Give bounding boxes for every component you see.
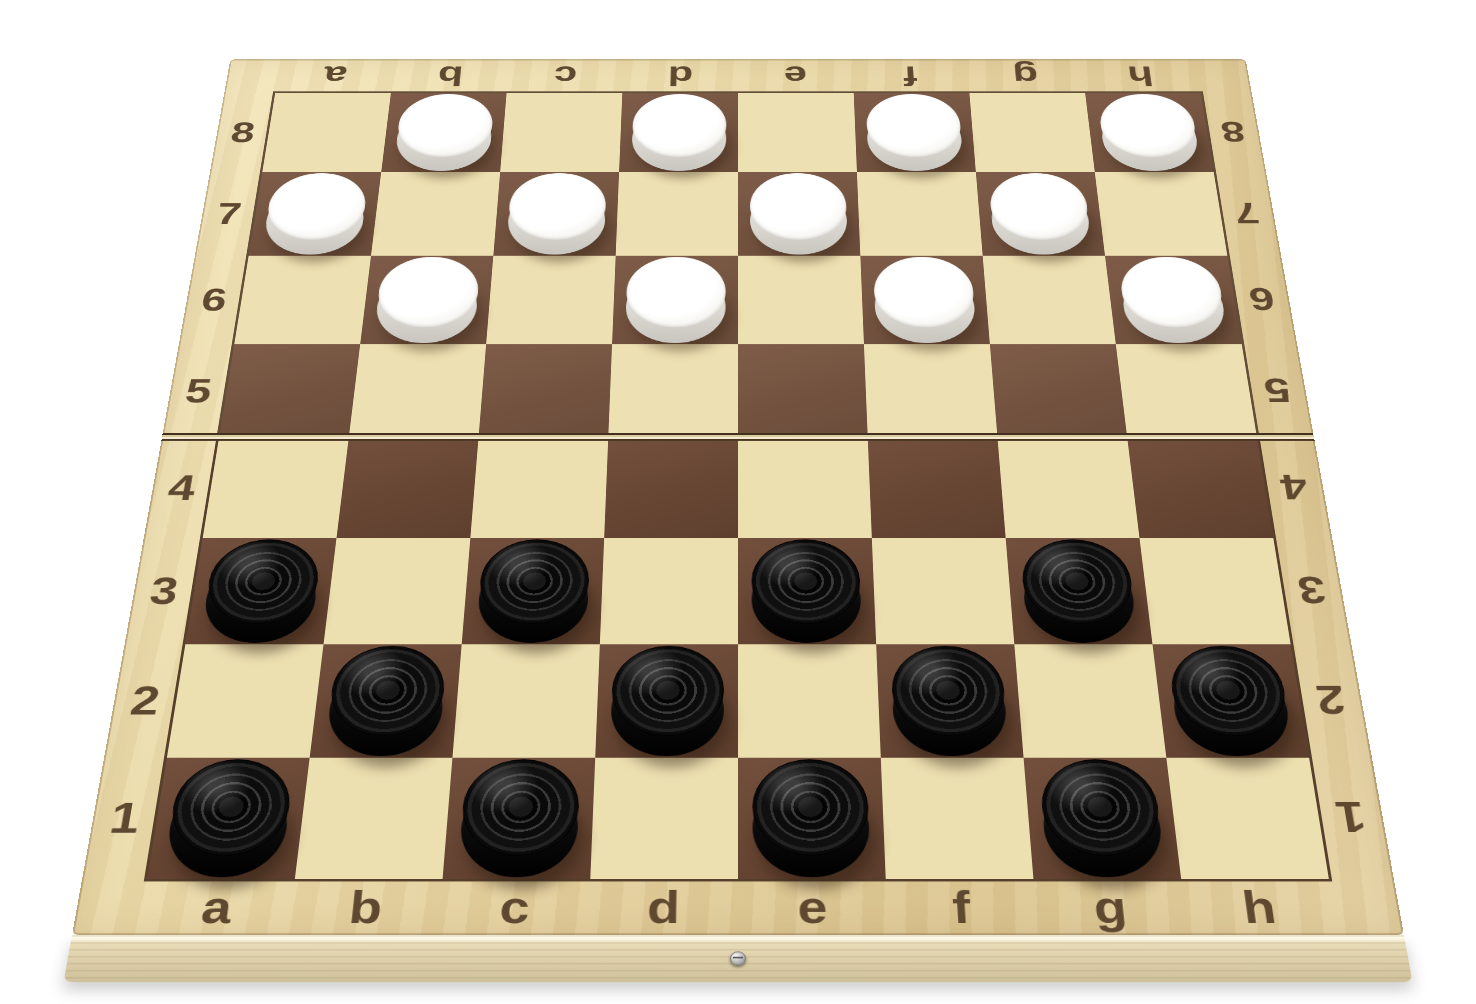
black-checker-d2[interactable]: ⛂ xyxy=(610,646,725,756)
piece-top xyxy=(625,257,725,327)
black-checker-b2[interactable]: ⛂ xyxy=(324,646,448,756)
white-checker-c7[interactable]: ⛀ xyxy=(506,173,607,254)
piece-top xyxy=(632,94,727,157)
white-checker-g7[interactable]: ⛀ xyxy=(988,173,1093,254)
black-checker-g3[interactable]: ⛂ xyxy=(1019,539,1138,642)
files-bottom-label-h: h xyxy=(1181,879,1338,935)
black-checker-a3[interactable]: ⛂ xyxy=(199,539,323,642)
board-perspective-wrapper: abcdefgh abcdefgh 87654321 87654321 ⛀⛀⛀⛀… xyxy=(72,59,1404,935)
screw-icon xyxy=(730,951,746,965)
files-top-label-a: a xyxy=(275,59,395,92)
white-checker-e7[interactable]: ⛀ xyxy=(750,173,848,254)
piece-top xyxy=(751,539,861,624)
white-checker-f8[interactable]: ⛀ xyxy=(865,94,964,171)
white-checker-a7[interactable]: ⛀ xyxy=(261,173,369,254)
files-bottom-label-b: b xyxy=(288,879,443,935)
pieces-layer: ⛀⛀⛀⛀⛀⛀⛀⛀⛀⛀⛀⛀⛂⛂⛂⛂⛂⛂⛂⛂⛂⛂⛂⛂ xyxy=(147,93,1329,879)
photo-canvas: abcdefgh abcdefgh 87654321 87654321 ⛀⛀⛀⛀… xyxy=(0,0,1476,1004)
files-top-label-g: g xyxy=(967,59,1085,92)
white-checker-b8[interactable]: ⛀ xyxy=(393,94,495,171)
white-checker-h6[interactable]: ⛀ xyxy=(1117,257,1229,343)
white-checker-d8[interactable]: ⛀ xyxy=(631,94,726,171)
files-top: abcdefgh xyxy=(275,59,1201,92)
files-top-label-c: c xyxy=(507,59,624,92)
files-top-label-f: f xyxy=(852,59,969,92)
white-checker-b6[interactable]: ⛀ xyxy=(373,257,481,343)
files-bottom-label-a: a xyxy=(138,879,295,935)
files-bottom-label-e: e xyxy=(738,879,888,935)
piece-top xyxy=(750,173,848,240)
black-checker-a1[interactable]: ⛂ xyxy=(162,759,295,877)
files-bottom-label-g: g xyxy=(1033,879,1188,935)
files-top-label-d: d xyxy=(622,59,738,92)
black-checker-f2[interactable]: ⛂ xyxy=(890,646,1009,756)
black-checker-c1[interactable]: ⛂ xyxy=(457,759,580,877)
piece-top xyxy=(752,759,870,855)
black-checker-h2[interactable]: ⛂ xyxy=(1166,646,1294,756)
files-top-label-h: h xyxy=(1081,59,1201,92)
files-bottom-label-f: f xyxy=(886,879,1038,935)
files-bottom-label-d: d xyxy=(588,879,738,935)
files-bottom-label-c: c xyxy=(438,879,590,935)
board-front-edge xyxy=(63,935,1412,982)
files-top-label-e: e xyxy=(738,59,854,92)
black-checker-g1[interactable]: ⛂ xyxy=(1038,759,1166,877)
white-checker-f6[interactable]: ⛀ xyxy=(873,257,978,343)
board-scene: abcdefgh abcdefgh 87654321 87654321 ⛀⛀⛀⛀… xyxy=(72,0,1404,1004)
files-bottom: abcdefgh xyxy=(138,879,1338,935)
white-checker-h8[interactable]: ⛀ xyxy=(1097,94,1202,171)
black-checker-e1[interactable]: ⛂ xyxy=(752,759,871,877)
checkers-board: abcdefgh abcdefgh 87654321 87654321 ⛀⛀⛀⛀… xyxy=(72,59,1404,935)
white-checker-d6[interactable]: ⛀ xyxy=(625,257,726,343)
black-checker-e3[interactable]: ⛂ xyxy=(751,539,862,642)
piece-top xyxy=(610,646,724,736)
black-checker-c3[interactable]: ⛂ xyxy=(476,539,591,642)
files-top-label-b: b xyxy=(391,59,509,92)
